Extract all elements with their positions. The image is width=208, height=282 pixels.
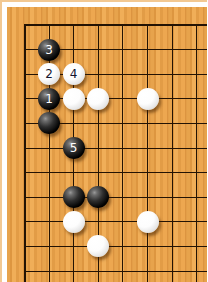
grid-vline	[24, 24, 26, 282]
frame-edge-left	[0, 0, 2, 282]
stone-white-c11[interactable]	[63, 211, 85, 233]
stone-white-f11[interactable]	[137, 211, 159, 233]
grid-vline	[122, 24, 123, 282]
stone-white-b17[interactable]: 2	[38, 63, 60, 85]
grid-hline	[24, 271, 208, 272]
stone-white-c17[interactable]: 4	[63, 63, 85, 85]
go-diagram: 32415	[0, 0, 207, 282]
stone-white-d10[interactable]	[87, 235, 109, 257]
grid-hline	[24, 148, 208, 149]
grid-vline	[172, 24, 173, 282]
frame-edge-top	[0, 0, 207, 2]
grid-vline	[196, 24, 197, 282]
grid-hline	[24, 246, 208, 247]
stone-move-number: 2	[45, 68, 53, 80]
grid-hline	[24, 197, 208, 198]
stone-move-number: 4	[70, 68, 78, 80]
stone-black-c14[interactable]: 5	[63, 137, 85, 159]
stone-white-f16[interactable]	[137, 88, 159, 110]
grid-hline	[24, 24, 208, 26]
stone-white-c16[interactable]	[63, 88, 85, 110]
go-board[interactable]: 32415	[7, 7, 207, 282]
grid-hline	[24, 221, 208, 222]
grid-hline	[24, 172, 208, 173]
stone-white-d16[interactable]	[87, 88, 109, 110]
stone-move-number: 1	[45, 93, 53, 105]
grid-vline	[147, 24, 148, 282]
stone-black-b15[interactable]	[38, 112, 60, 134]
stone-move-number: 5	[70, 142, 78, 154]
stone-black-b16[interactable]: 1	[38, 88, 60, 110]
stone-black-c12[interactable]	[63, 186, 85, 208]
stone-black-d12[interactable]	[87, 186, 109, 208]
stone-move-number: 3	[45, 44, 53, 56]
stone-black-b18[interactable]: 3	[38, 39, 60, 61]
